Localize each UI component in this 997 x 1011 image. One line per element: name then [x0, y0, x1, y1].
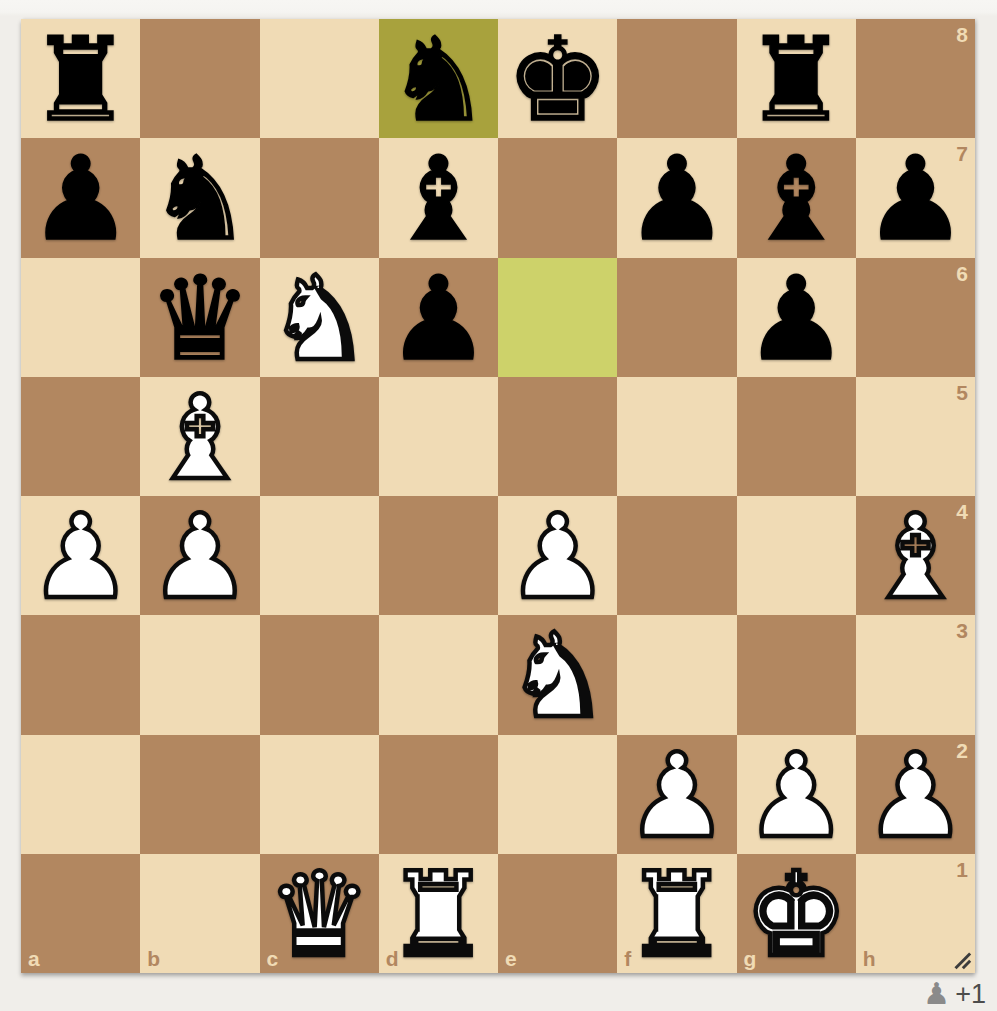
- square-g2[interactable]: ♟: [737, 735, 856, 854]
- square-h3[interactable]: 3: [856, 615, 975, 734]
- piece-white-bishop[interactable]: ♝: [863, 497, 967, 616]
- chess-board: ♜♞♚♜8♟♞♝♟♝♟7♛♞♟♟6♝5♟♟♟♝4♞3♟♟♟2ab♛c♜de♜f♚…: [21, 19, 975, 973]
- coord-file-c: c: [267, 948, 279, 969]
- piece-black-pawn[interactable]: ♟: [744, 259, 848, 378]
- square-e6[interactable]: [498, 258, 617, 377]
- square-c1[interactable]: ♛c: [260, 854, 379, 973]
- square-c5[interactable]: [260, 377, 379, 496]
- square-a4[interactable]: ♟: [21, 496, 140, 615]
- square-d4[interactable]: [379, 496, 498, 615]
- square-f3[interactable]: [617, 615, 736, 734]
- square-e5[interactable]: [498, 377, 617, 496]
- square-b7[interactable]: ♞: [140, 138, 259, 257]
- square-b6[interactable]: ♛: [140, 258, 259, 377]
- piece-white-king[interactable]: ♚: [744, 855, 848, 974]
- coord-rank-4: 4: [956, 501, 968, 522]
- square-b4[interactable]: ♟: [140, 496, 259, 615]
- piece-black-knight[interactable]: ♞: [148, 139, 252, 258]
- coord-file-d: d: [386, 948, 399, 969]
- square-h5[interactable]: 5: [856, 377, 975, 496]
- square-c4[interactable]: [260, 496, 379, 615]
- square-h8[interactable]: 8: [856, 19, 975, 138]
- square-a5[interactable]: [21, 377, 140, 496]
- square-d8[interactable]: ♞: [379, 19, 498, 138]
- piece-black-pawn[interactable]: ♟: [625, 139, 729, 258]
- square-c2[interactable]: [260, 735, 379, 854]
- square-h4[interactable]: ♝4: [856, 496, 975, 615]
- square-d6[interactable]: ♟: [379, 258, 498, 377]
- square-a8[interactable]: ♜: [21, 19, 140, 138]
- coord-file-e: e: [505, 948, 517, 969]
- piece-white-queen[interactable]: ♛: [267, 855, 371, 974]
- material-indicator: ♟ +1: [923, 979, 986, 1009]
- coord-file-a: a: [28, 948, 40, 969]
- square-e1[interactable]: e: [498, 854, 617, 973]
- piece-white-pawn[interactable]: ♟: [863, 736, 967, 855]
- square-a6[interactable]: [21, 258, 140, 377]
- coord-rank-7: 7: [956, 143, 968, 164]
- square-c8[interactable]: [260, 19, 379, 138]
- square-a3[interactable]: [21, 615, 140, 734]
- material-advantage: +1: [955, 979, 986, 1009]
- piece-black-rook[interactable]: ♜: [744, 20, 848, 139]
- square-e2[interactable]: [498, 735, 617, 854]
- coord-rank-2: 2: [956, 740, 968, 761]
- square-g4[interactable]: [737, 496, 856, 615]
- piece-black-bishop[interactable]: ♝: [744, 139, 848, 258]
- piece-black-pawn[interactable]: ♟: [386, 259, 490, 378]
- coord-rank-8: 8: [956, 24, 968, 45]
- square-d3[interactable]: [379, 615, 498, 734]
- piece-white-pawn[interactable]: ♟: [625, 736, 729, 855]
- square-d7[interactable]: ♝: [379, 138, 498, 257]
- square-g1[interactable]: ♚g: [737, 854, 856, 973]
- piece-white-knight[interactable]: ♞: [267, 259, 371, 378]
- page: ♜♞♚♜8♟♞♝♟♝♟7♛♞♟♟6♝5♟♟♟♝4♞3♟♟♟2ab♛c♜de♜f♚…: [0, 0, 997, 1011]
- square-b5[interactable]: ♝: [140, 377, 259, 496]
- piece-white-pawn[interactable]: ♟: [744, 736, 848, 855]
- square-a2[interactable]: [21, 735, 140, 854]
- square-h7[interactable]: ♟7: [856, 138, 975, 257]
- square-h6[interactable]: 6: [856, 258, 975, 377]
- square-e3[interactable]: ♞: [498, 615, 617, 734]
- coord-rank-3: 3: [956, 620, 968, 641]
- square-e4[interactable]: ♟: [498, 496, 617, 615]
- square-d5[interactable]: [379, 377, 498, 496]
- piece-white-rook[interactable]: ♜: [386, 855, 490, 974]
- piece-black-queen[interactable]: ♛: [148, 259, 252, 378]
- square-e7[interactable]: [498, 138, 617, 257]
- square-g6[interactable]: ♟: [737, 258, 856, 377]
- square-c6[interactable]: ♞: [260, 258, 379, 377]
- square-h1[interactable]: 1h: [856, 854, 975, 973]
- square-d1[interactable]: ♜d: [379, 854, 498, 973]
- square-f4[interactable]: [617, 496, 736, 615]
- square-e8[interactable]: ♚: [498, 19, 617, 138]
- square-c7[interactable]: [260, 138, 379, 257]
- square-b1[interactable]: b: [140, 854, 259, 973]
- square-b3[interactable]: [140, 615, 259, 734]
- piece-black-rook[interactable]: ♜: [29, 20, 133, 139]
- coord-file-f: f: [624, 948, 631, 969]
- square-f7[interactable]: ♟: [617, 138, 736, 257]
- coord-file-h: h: [863, 948, 876, 969]
- square-h2[interactable]: ♟2: [856, 735, 975, 854]
- square-g3[interactable]: [737, 615, 856, 734]
- square-c3[interactable]: [260, 615, 379, 734]
- piece-black-pawn[interactable]: ♟: [863, 139, 967, 258]
- piece-black-king[interactable]: ♚: [506, 20, 610, 139]
- piece-black-knight[interactable]: ♞: [386, 20, 490, 139]
- square-f8[interactable]: [617, 19, 736, 138]
- piece-white-pawn[interactable]: ♟: [148, 497, 252, 616]
- piece-white-pawn[interactable]: ♟: [506, 497, 610, 616]
- square-f1[interactable]: ♜f: [617, 854, 736, 973]
- square-d2[interactable]: [379, 735, 498, 854]
- piece-black-pawn[interactable]: ♟: [29, 139, 133, 258]
- coord-file-g: g: [744, 948, 757, 969]
- coord-rank-1: 1: [956, 859, 968, 880]
- coord-rank-6: 6: [956, 263, 968, 284]
- square-b8[interactable]: [140, 19, 259, 138]
- piece-white-knight[interactable]: ♞: [506, 616, 610, 735]
- square-b2[interactable]: [140, 735, 259, 854]
- pawn-icon: ♟: [923, 979, 950, 1009]
- square-a1[interactable]: a: [21, 854, 140, 973]
- piece-white-rook[interactable]: ♜: [625, 855, 729, 974]
- square-g5[interactable]: [737, 377, 856, 496]
- resize-handle-icon[interactable]: [950, 948, 972, 970]
- square-f2[interactable]: ♟: [617, 735, 736, 854]
- square-g7[interactable]: ♝: [737, 138, 856, 257]
- square-g8[interactable]: ♜: [737, 19, 856, 138]
- piece-black-bishop[interactable]: ♝: [386, 139, 490, 258]
- piece-white-pawn[interactable]: ♟: [29, 497, 133, 616]
- piece-white-bishop[interactable]: ♝: [148, 378, 252, 497]
- coord-file-b: b: [147, 948, 160, 969]
- square-a7[interactable]: ♟: [21, 138, 140, 257]
- square-f5[interactable]: [617, 377, 736, 496]
- coord-rank-5: 5: [956, 382, 968, 403]
- square-f6[interactable]: [617, 258, 736, 377]
